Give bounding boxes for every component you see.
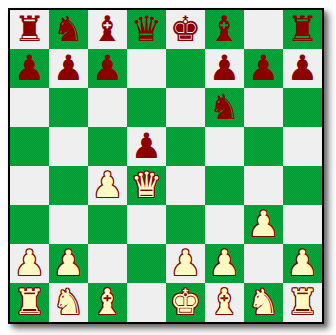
square-a3[interactable] [10,205,49,244]
square-a4[interactable] [10,166,49,205]
square-d5[interactable]: ♟ [127,127,166,166]
square-h6[interactable] [283,88,322,127]
square-e8[interactable]: ♚ [166,10,205,49]
square-d1[interactable] [127,283,166,322]
chess-board: ♜♞♝♛♚♝♜♟♟♟♟♟♟♞♟♟♛♟♟♟♟♟♟♜♞♝♚♝♞♜ [10,10,322,322]
square-h2[interactable]: ♟ [283,244,322,283]
black-rook[interactable]: ♜ [287,10,318,49]
square-a7[interactable]: ♟ [10,49,49,88]
square-g5[interactable] [244,127,283,166]
square-b1[interactable]: ♞ [49,283,88,322]
square-g4[interactable] [244,166,283,205]
white-rook[interactable]: ♜ [287,283,318,322]
square-c3[interactable] [88,205,127,244]
square-c7[interactable]: ♟ [88,49,127,88]
square-c5[interactable] [88,127,127,166]
square-f2[interactable]: ♟ [205,244,244,283]
square-b2[interactable]: ♟ [49,244,88,283]
square-h8[interactable]: ♜ [283,10,322,49]
square-h4[interactable] [283,166,322,205]
black-king[interactable]: ♚ [170,10,201,49]
black-knight[interactable]: ♞ [53,10,84,49]
black-rook[interactable]: ♜ [14,10,45,49]
black-pawn[interactable]: ♟ [92,49,123,88]
square-c4[interactable]: ♟ [88,166,127,205]
square-b4[interactable] [49,166,88,205]
square-c1[interactable]: ♝ [88,283,127,322]
board-frame: ♜♞♝♛♚♝♜♟♟♟♟♟♟♞♟♟♛♟♟♟♟♟♟♜♞♝♚♝♞♜ [8,8,324,324]
square-a8[interactable]: ♜ [10,10,49,49]
square-b8[interactable]: ♞ [49,10,88,49]
square-h1[interactable]: ♜ [283,283,322,322]
square-d4[interactable]: ♛ [127,166,166,205]
square-e1[interactable]: ♚ [166,283,205,322]
white-king[interactable]: ♚ [170,283,201,322]
black-pawn[interactable]: ♟ [14,49,45,88]
square-d7[interactable] [127,49,166,88]
square-a6[interactable] [10,88,49,127]
square-f3[interactable] [205,205,244,244]
black-knight[interactable]: ♞ [209,88,240,127]
square-b6[interactable] [49,88,88,127]
square-g7[interactable]: ♟ [244,49,283,88]
square-e3[interactable] [166,205,205,244]
square-a2[interactable]: ♟ [10,244,49,283]
square-d3[interactable] [127,205,166,244]
white-pawn[interactable]: ♟ [248,205,279,244]
black-pawn[interactable]: ♟ [53,49,84,88]
square-g3[interactable]: ♟ [244,205,283,244]
square-g6[interactable] [244,88,283,127]
square-e6[interactable] [166,88,205,127]
square-c8[interactable]: ♝ [88,10,127,49]
square-g1[interactable]: ♞ [244,283,283,322]
square-c2[interactable] [88,244,127,283]
white-pawn[interactable]: ♟ [170,244,201,283]
square-d6[interactable] [127,88,166,127]
white-pawn[interactable]: ♟ [209,244,240,283]
black-pawn[interactable]: ♟ [287,49,318,88]
square-c6[interactable] [88,88,127,127]
white-pawn[interactable]: ♟ [92,166,123,205]
square-h7[interactable]: ♟ [283,49,322,88]
black-bishop[interactable]: ♝ [92,10,123,49]
black-pawn[interactable]: ♟ [209,49,240,88]
black-pawn[interactable]: ♟ [131,127,162,166]
square-b7[interactable]: ♟ [49,49,88,88]
square-h3[interactable] [283,205,322,244]
square-b5[interactable] [49,127,88,166]
square-g2[interactable] [244,244,283,283]
white-queen[interactable]: ♛ [131,166,162,205]
square-b3[interactable] [49,205,88,244]
square-e4[interactable] [166,166,205,205]
square-e2[interactable]: ♟ [166,244,205,283]
square-a1[interactable]: ♜ [10,283,49,322]
square-g8[interactable] [244,10,283,49]
square-a5[interactable] [10,127,49,166]
white-pawn[interactable]: ♟ [53,244,84,283]
page: ♜♞♝♛♚♝♜♟♟♟♟♟♟♞♟♟♛♟♟♟♟♟♟♜♞♝♚♝♞♜ [0,0,336,335]
white-pawn[interactable]: ♟ [14,244,45,283]
square-d2[interactable] [127,244,166,283]
black-pawn[interactable]: ♟ [248,49,279,88]
black-bishop[interactable]: ♝ [209,10,240,49]
white-bishop[interactable]: ♝ [209,283,240,322]
square-f4[interactable] [205,166,244,205]
square-h5[interactable] [283,127,322,166]
white-knight[interactable]: ♞ [248,283,279,322]
square-e7[interactable] [166,49,205,88]
square-f7[interactable]: ♟ [205,49,244,88]
white-pawn[interactable]: ♟ [287,244,318,283]
white-bishop[interactable]: ♝ [92,283,123,322]
white-knight[interactable]: ♞ [53,283,84,322]
white-rook[interactable]: ♜ [14,283,45,322]
square-f1[interactable]: ♝ [205,283,244,322]
square-f8[interactable]: ♝ [205,10,244,49]
square-d8[interactable]: ♛ [127,10,166,49]
square-f5[interactable] [205,127,244,166]
square-e5[interactable] [166,127,205,166]
black-queen[interactable]: ♛ [131,10,162,49]
square-f6[interactable]: ♞ [205,88,244,127]
